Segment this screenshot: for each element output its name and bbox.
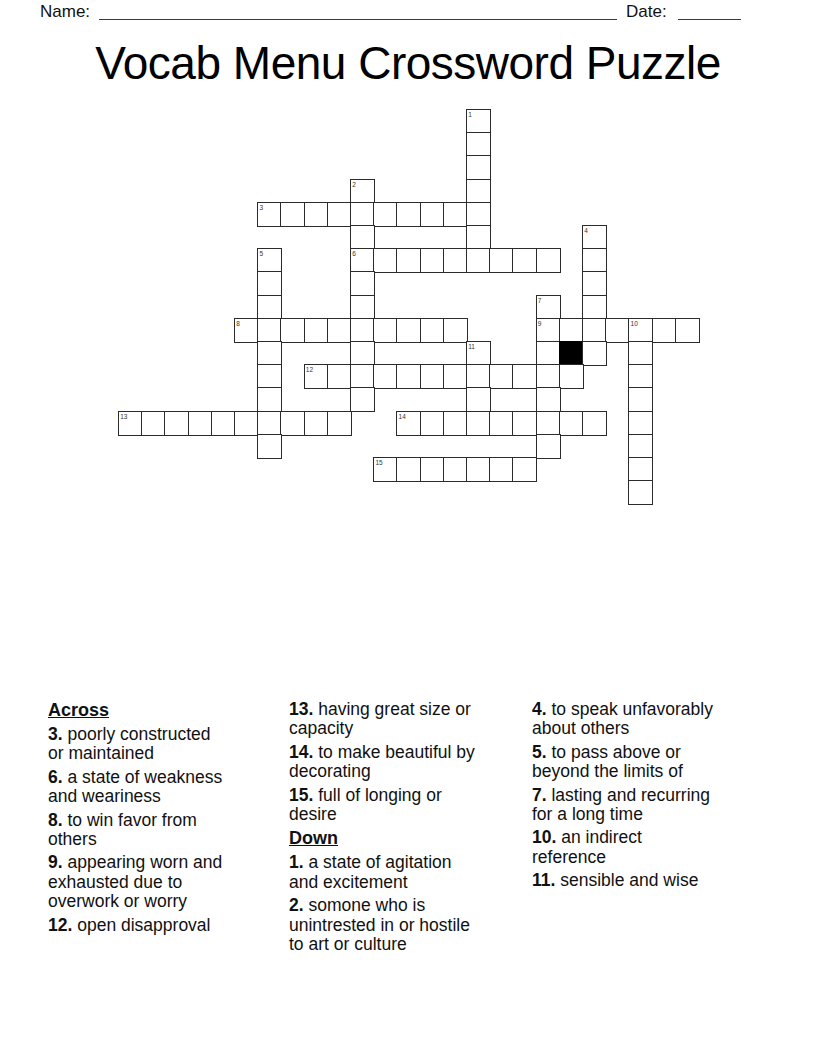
- grid-cell-r9-c12[interactable]: [396, 318, 421, 343]
- grid-cell-r12-c6[interactable]: [257, 387, 282, 412]
- grid-cell-r9-c6[interactable]: [257, 318, 282, 343]
- grid-cell-r9-c9[interactable]: [327, 318, 352, 343]
- down-section-header: Down: [289, 828, 531, 848]
- grid-cell-r5-c10[interactable]: [350, 225, 375, 250]
- grid-cell-r11-c6[interactable]: [257, 364, 282, 389]
- grid-cell-r4-c12[interactable]: [396, 202, 421, 227]
- grid-cell-r12-c22[interactable]: [628, 387, 653, 412]
- grid-cell-r13-c16[interactable]: [489, 411, 514, 436]
- grid-cell-r13-c5[interactable]: [234, 411, 259, 436]
- grid-cell-r9-c23[interactable]: [652, 318, 677, 343]
- clue-number-label: 5.: [532, 742, 547, 762]
- clue-13: 13. having great size orcapacity: [289, 700, 531, 739]
- clue-number-label: 11.: [532, 870, 555, 890]
- grid-cell-r6-c20[interactable]: [582, 248, 607, 273]
- grid-cell-r4-c14[interactable]: [443, 202, 468, 227]
- grid-cell-r13-c2[interactable]: [164, 411, 189, 436]
- grid-cell-r5-c20[interactable]: [582, 225, 607, 250]
- clue-10: 10. an indirectreference: [532, 828, 772, 867]
- clue-3: 3. poorly constructedor maintained: [48, 725, 286, 764]
- grid-cell-r13-c12[interactable]: [396, 411, 421, 436]
- grid-cell-r15-c13[interactable]: [420, 457, 445, 482]
- grid-cell-r11-c22[interactable]: [628, 364, 653, 389]
- across-section-header: Across: [48, 700, 286, 720]
- clue-column-3: 4. to speak unfavorablyabout others5. to…: [532, 700, 772, 895]
- grid-cell-r2-c15[interactable]: [466, 155, 491, 180]
- grid-cell-r14-c18[interactable]: [536, 434, 561, 459]
- clue-number-label: 9.: [48, 852, 63, 872]
- clue-number-label: 4.: [532, 699, 547, 719]
- clue-12: 12. open disapproval: [48, 916, 286, 935]
- grid-cell-r8-c20[interactable]: [582, 295, 607, 320]
- grid-cell-r13-c4[interactable]: [211, 411, 236, 436]
- grid-cell-r9-c24[interactable]: [675, 318, 700, 343]
- grid-cell-r13-c6[interactable]: [257, 411, 282, 436]
- grid-cell-r0-c15[interactable]: [466, 109, 491, 134]
- grid-cell-r13-c18[interactable]: [536, 411, 561, 436]
- grid-cell-r9-c8[interactable]: [304, 318, 329, 343]
- grid-cell-r14-c22[interactable]: [628, 434, 653, 459]
- grid-cell-r9-c11[interactable]: [373, 318, 398, 343]
- grid-cell-r3-c10[interactable]: [350, 179, 375, 204]
- name-fill-line[interactable]: [99, 2, 617, 20]
- grid-cell-r3-c15[interactable]: [466, 179, 491, 204]
- date-fill-line[interactable]: [678, 2, 741, 20]
- grid-cell-r11-c17[interactable]: [512, 364, 537, 389]
- clue-2: 2. somone who isunintrested in or hostil…: [289, 896, 531, 954]
- grid-cell-r9-c19[interactable]: [559, 318, 584, 343]
- grid-cell-r7-c6[interactable]: [257, 271, 282, 296]
- clue-4: 4. to speak unfavorablyabout others: [532, 700, 772, 739]
- grid-cell-r10-c6[interactable]: [257, 341, 282, 366]
- grid-cell-r9-c7[interactable]: [280, 318, 305, 343]
- grid-cell-r6-c11[interactable]: [373, 248, 398, 273]
- grid-cell-r8-c6[interactable]: [257, 295, 282, 320]
- grid-cell-r10-c20[interactable]: [582, 341, 607, 366]
- grid-cell-r4-c11[interactable]: [373, 202, 398, 227]
- grid-cell-r9-c5[interactable]: [234, 318, 259, 343]
- grid-cell-r13-c1[interactable]: [141, 411, 166, 436]
- grid-cell-r11-c18[interactable]: [536, 364, 561, 389]
- clue-number-label: 2.: [289, 895, 304, 915]
- grid-cell-r8-c18[interactable]: [536, 295, 561, 320]
- grid-cell-r11-c15[interactable]: [466, 364, 491, 389]
- grid-cell-r12-c18[interactable]: [536, 387, 561, 412]
- grid-cell-r13-c13[interactable]: [420, 411, 445, 436]
- clue-column-2: 13. having great size orcapacity14. to m…: [289, 700, 531, 958]
- grid-cell-r10-c18[interactable]: [536, 341, 561, 366]
- grid-cell-r8-c10[interactable]: [350, 295, 375, 320]
- crossword-grid: 123456789101112131415: [118, 109, 699, 504]
- grid-cell-r15-c15[interactable]: [466, 457, 491, 482]
- grid-cell-r13-c7[interactable]: [280, 411, 305, 436]
- grid-cell-r6-c10[interactable]: [350, 248, 375, 273]
- grid-cell-r11-c19[interactable]: [559, 364, 584, 389]
- clue-number-label: 3.: [48, 724, 63, 744]
- grid-cell-r6-c17[interactable]: [512, 248, 537, 273]
- date-label: Date:: [626, 2, 667, 22]
- clue-number-label: 10.: [532, 827, 556, 847]
- grid-cell-r6-c6[interactable]: [257, 248, 282, 273]
- name-label: Name:: [40, 2, 90, 22]
- grid-cell-r15-c17[interactable]: [512, 457, 537, 482]
- clue-6: 6. a state of weaknessand weariness: [48, 768, 286, 807]
- grid-cell-r1-c15[interactable]: [466, 132, 491, 157]
- grid-cell-r9-c20[interactable]: [582, 318, 607, 343]
- grid-cell-r11-c16[interactable]: [489, 364, 514, 389]
- grid-cell-r11-c8[interactable]: [304, 364, 329, 389]
- grid-cell-r9-c14[interactable]: [443, 318, 468, 343]
- grid-cell-r15-c16[interactable]: [489, 457, 514, 482]
- grid-cell-r13-c8[interactable]: [304, 411, 329, 436]
- grid-cell-r12-c10[interactable]: [350, 387, 375, 412]
- clue-number-label: 12.: [48, 915, 72, 935]
- grid-cell-r9-c18[interactable]: [536, 318, 561, 343]
- clue-number-label: 6.: [48, 767, 63, 787]
- grid-cell-r11-c12[interactable]: [396, 364, 421, 389]
- grid-cell-r9-c22[interactable]: [628, 318, 653, 343]
- grid-cell-r13-c22[interactable]: [628, 411, 653, 436]
- grid-cell-r12-c15[interactable]: [466, 387, 491, 412]
- grid-cell-r11-c13[interactable]: [420, 364, 445, 389]
- grid-cell-r7-c10[interactable]: [350, 271, 375, 296]
- grid-cell-r13-c15[interactable]: [466, 411, 491, 436]
- grid-cell-r13-c20[interactable]: [582, 411, 607, 436]
- grid-cell-r13-c17[interactable]: [512, 411, 537, 436]
- grid-cell-r10-c22[interactable]: [628, 341, 653, 366]
- grid-cell-r6-c14[interactable]: [443, 248, 468, 273]
- grid-cell-r9-c13[interactable]: [420, 318, 445, 343]
- grid-cell-r9-c21[interactable]: [605, 318, 630, 343]
- clue-11: 11. sensible and wise: [532, 871, 772, 890]
- grid-cell-r11-c14[interactable]: [443, 364, 468, 389]
- grid-cell-r4-c13[interactable]: [420, 202, 445, 227]
- clue-number-label: 8.: [48, 810, 63, 830]
- grid-cell-r11-c10[interactable]: [350, 364, 375, 389]
- grid-cell-r15-c11[interactable]: [373, 457, 398, 482]
- clue-9: 9. appearing worn andexhausted due toove…: [48, 853, 286, 911]
- grid-cell-r4-c8[interactable]: [304, 202, 329, 227]
- grid-cell-r5-c15[interactable]: [466, 225, 491, 250]
- grid-cell-r16-c22[interactable]: [628, 480, 653, 505]
- grid-cell-r13-c3[interactable]: [188, 411, 213, 436]
- grid-cell-r6-c12[interactable]: [396, 248, 421, 273]
- clue-15: 15. full of longing ordesire: [289, 786, 531, 825]
- clue-number-label: 7.: [532, 785, 547, 805]
- clue-8: 8. to win favor fromothers: [48, 811, 286, 850]
- grid-cell-r4-c6[interactable]: [257, 202, 282, 227]
- grid-cell-r11-c11[interactable]: [373, 364, 398, 389]
- black-cell: [559, 341, 584, 366]
- grid-cell-r13-c9[interactable]: [327, 411, 352, 436]
- grid-cell-r10-c15[interactable]: [466, 341, 491, 366]
- grid-cell-r7-c20[interactable]: [582, 271, 607, 296]
- grid-cell-r6-c15[interactable]: [466, 248, 491, 273]
- clue-number-label: 13.: [289, 699, 313, 719]
- clue-1: 1. a state of agitationand excitement: [289, 853, 531, 892]
- clue-number-label: 1.: [289, 852, 304, 872]
- clue-5: 5. to pass above orbeyond the limits of: [532, 743, 772, 782]
- grid-cell-r4-c9[interactable]: [327, 202, 352, 227]
- grid-cell-r14-c6[interactable]: [257, 434, 282, 459]
- grid-cell-r11-c9[interactable]: [327, 364, 352, 389]
- grid-cell-r4-c15[interactable]: [466, 202, 491, 227]
- clue-7: 7. lasting and recurringfor a long time: [532, 786, 772, 825]
- grid-cell-r10-c10[interactable]: [350, 341, 375, 366]
- grid-cell-r15-c14[interactable]: [443, 457, 468, 482]
- clue-column-1: Across3. poorly constructedor maintained…: [48, 700, 286, 939]
- grid-cell-r6-c13[interactable]: [420, 248, 445, 273]
- clue-number-label: 15.: [289, 785, 313, 805]
- clue-number-label: 14.: [289, 742, 313, 762]
- grid-cell-r4-c10[interactable]: [350, 202, 375, 227]
- grid-cell-r13-c0[interactable]: [118, 411, 143, 436]
- grid-cell-r4-c7[interactable]: [280, 202, 305, 227]
- grid-cell-r15-c22[interactable]: [628, 457, 653, 482]
- page-title: Vocab Menu Crossword Puzzle: [0, 36, 816, 90]
- grid-cell-r15-c12[interactable]: [396, 457, 421, 482]
- grid-cell-r13-c19[interactable]: [559, 411, 584, 436]
- grid-cell-r6-c18[interactable]: [536, 248, 561, 273]
- grid-cell-r9-c10[interactable]: [350, 318, 375, 343]
- grid-cell-r13-c14[interactable]: [443, 411, 468, 436]
- grid-cell-r6-c16[interactable]: [489, 248, 514, 273]
- clue-14: 14. to make beautiful bydecorating: [289, 743, 531, 782]
